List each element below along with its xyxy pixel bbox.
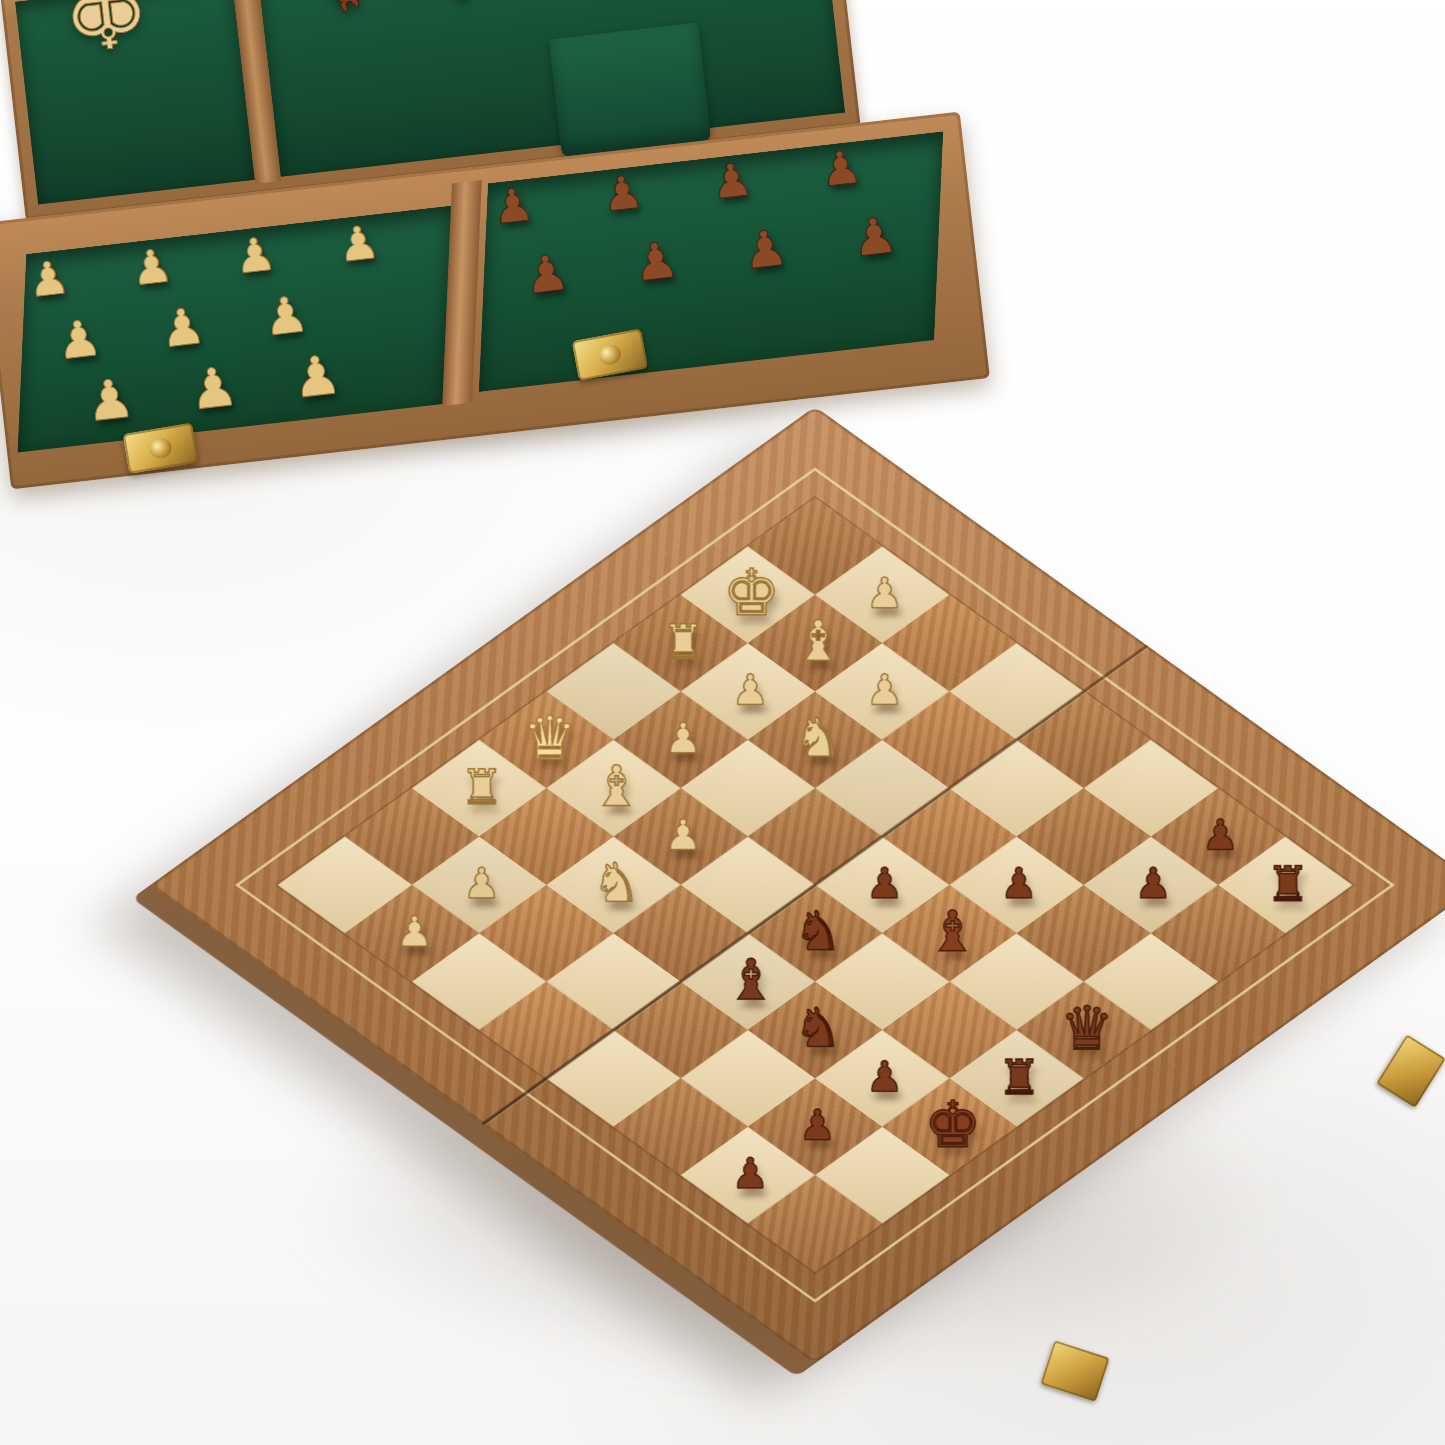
stored-light-pawn[interactable]: ♟ bbox=[25, 254, 71, 304]
black-pawn[interactable]: ♟ bbox=[1000, 862, 1038, 904]
stored-dark-pawn[interactable]: ♟ bbox=[599, 168, 645, 218]
stored-light-pawn[interactable]: ♟ bbox=[54, 312, 104, 367]
stored-dark-pawn[interactable]: ♟ bbox=[740, 222, 790, 277]
product-photo-chess-set: { "game": "chess", "position": { "fen": … bbox=[0, 0, 1445, 1445]
stored-dark-pawn[interactable]: ♟ bbox=[850, 210, 900, 265]
black-pawn[interactable]: ♟ bbox=[866, 1056, 904, 1098]
white-pawn[interactable]: ♟ bbox=[664, 717, 702, 759]
black-pawn[interactable]: ♟ bbox=[1134, 862, 1172, 904]
black-king[interactable]: ♚ bbox=[924, 1092, 981, 1156]
black-pawn[interactable]: ♟ bbox=[731, 1152, 769, 1194]
stored-light-pawn[interactable]: ♟ bbox=[83, 371, 137, 430]
stored-dark-pawn[interactable]: ♟ bbox=[709, 156, 755, 206]
latch-hook-icon bbox=[597, 343, 622, 367]
white-bishop[interactable]: ♝ bbox=[793, 613, 843, 669]
black-bishop[interactable]: ♝ bbox=[927, 903, 977, 959]
black-pawn[interactable]: ♟ bbox=[799, 1104, 837, 1146]
stored-dark-pawn[interactable]: ♟ bbox=[631, 235, 681, 290]
white-pawn[interactable]: ♟ bbox=[731, 669, 769, 711]
black-knight[interactable]: ♞ bbox=[794, 904, 842, 958]
white-pawn[interactable]: ♟ bbox=[866, 572, 904, 614]
white-rook[interactable]: ♜ bbox=[662, 617, 705, 665]
stored-light-pawn[interactable]: ♟ bbox=[290, 347, 344, 406]
stored-dark-pawn[interactable]: ♟ bbox=[490, 181, 536, 231]
white-knight[interactable]: ♞ bbox=[794, 711, 842, 765]
stored-light-pawn[interactable]: ♟ bbox=[186, 359, 240, 418]
stored-dark-knight[interactable]: ♞ bbox=[296, 0, 382, 27]
black-pawn[interactable]: ♟ bbox=[866, 862, 904, 904]
white-pawn[interactable]: ♟ bbox=[664, 814, 702, 856]
stored-light-pawn[interactable]: ♟ bbox=[261, 289, 311, 344]
black-rook[interactable]: ♜ bbox=[998, 1053, 1041, 1101]
white-knight[interactable]: ♞ bbox=[592, 856, 640, 910]
white-bishop[interactable]: ♝ bbox=[592, 758, 642, 814]
white-rook[interactable]: ♜ bbox=[460, 762, 503, 810]
stored-light-pawn[interactable]: ♟ bbox=[232, 230, 278, 280]
black-knight[interactable]: ♞ bbox=[794, 1001, 842, 1055]
stored-dark-pawn[interactable]: ♟ bbox=[522, 247, 572, 302]
white-king[interactable]: ♚ bbox=[723, 560, 780, 624]
stored-light-king[interactable]: ♚ bbox=[58, 0, 154, 64]
stored-light-pawn[interactable]: ♟ bbox=[129, 242, 175, 292]
stored-dark-bishop[interactable]: ♝ bbox=[415, 0, 501, 13]
stored-light-pawn[interactable]: ♟ bbox=[157, 301, 207, 356]
latch-hook-icon bbox=[148, 437, 173, 460]
white-pawn[interactable]: ♟ bbox=[463, 862, 501, 904]
stored-light-pawn[interactable]: ♟ bbox=[335, 218, 381, 268]
black-rook[interactable]: ♜ bbox=[1266, 859, 1309, 907]
black-queen[interactable]: ♛ bbox=[1060, 998, 1114, 1058]
stored-dark-pawn[interactable]: ♟ bbox=[818, 143, 864, 193]
white-queen[interactable]: ♛ bbox=[523, 707, 577, 767]
white-pawn[interactable]: ♟ bbox=[395, 911, 433, 953]
black-pawn[interactable]: ♟ bbox=[1202, 814, 1240, 856]
felt-ribbon-pull-tab[interactable] bbox=[549, 23, 712, 159]
white-pawn[interactable]: ♟ bbox=[866, 669, 904, 711]
black-bishop[interactable]: ♝ bbox=[726, 951, 776, 1007]
